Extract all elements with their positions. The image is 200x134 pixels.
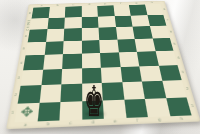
square-b6[interactable] — [46, 29, 65, 42]
square-d7[interactable] — [81, 16, 98, 28]
square-c8[interactable] — [65, 6, 82, 17]
square-c4[interactable] — [62, 54, 81, 69]
square-c6[interactable] — [64, 28, 82, 41]
square-b7[interactable] — [47, 17, 65, 29]
square-d6[interactable] — [81, 28, 99, 41]
square-b4[interactable] — [43, 54, 63, 69]
scene: CHESS abcdefgh abcdefgh 87654321 8765432… — [0, 0, 200, 134]
square-h6[interactable] — [149, 26, 169, 39]
square-f3[interactable] — [120, 66, 142, 82]
square-e6[interactable] — [99, 27, 117, 40]
square-a3[interactable] — [21, 69, 43, 86]
square-c1[interactable] — [59, 101, 81, 121]
square-e7[interactable] — [98, 16, 116, 28]
square-h4[interactable] — [155, 51, 177, 66]
square-c5[interactable] — [63, 40, 82, 54]
square-e8[interactable] — [97, 5, 114, 16]
square-b8[interactable] — [48, 7, 65, 18]
square-f7[interactable] — [114, 15, 132, 27]
square-b5[interactable] — [44, 41, 63, 55]
corner-logo-icon: ✥ — [20, 105, 35, 119]
square-f2[interactable] — [122, 82, 145, 100]
black-king-glyph: ♚ — [84, 81, 105, 123]
square-a6[interactable] — [28, 29, 47, 42]
coord-label: a — [14, 121, 38, 128]
coord-label: f — [126, 117, 149, 124]
square-f4[interactable] — [118, 52, 139, 67]
square-f6[interactable] — [116, 27, 135, 40]
square-f5[interactable] — [117, 39, 137, 53]
square-f8[interactable] — [113, 5, 131, 16]
coord-label: h — [170, 115, 194, 122]
square-a4[interactable] — [23, 55, 44, 70]
square-b3[interactable] — [41, 69, 62, 85]
square-d4[interactable] — [81, 53, 100, 68]
square-b2[interactable] — [39, 84, 61, 102]
square-e5[interactable] — [99, 39, 118, 53]
coord-label: g — [148, 116, 171, 123]
square-a5[interactable] — [26, 41, 46, 55]
square-b1[interactable] — [37, 102, 60, 122]
square-h7[interactable] — [147, 14, 166, 26]
square-a7[interactable] — [30, 18, 49, 30]
square-c7[interactable] — [64, 17, 81, 29]
square-c3[interactable] — [61, 68, 81, 84]
square-d5[interactable] — [81, 40, 100, 54]
square-e4[interactable] — [100, 52, 120, 67]
square-h3[interactable] — [158, 65, 181, 81]
coord-label: c — [59, 120, 82, 127]
coord-label: b — [36, 121, 59, 128]
square-a2[interactable] — [18, 85, 41, 103]
square-c2[interactable] — [60, 84, 81, 102]
square-h8[interactable] — [145, 4, 164, 15]
square-a1[interactable]: ✥ — [15, 102, 40, 122]
square-d8[interactable] — [81, 6, 98, 17]
square-a8[interactable] — [32, 7, 50, 18]
square-e2[interactable] — [102, 82, 124, 100]
coord-label: e — [104, 118, 127, 125]
square-h5[interactable] — [152, 38, 173, 52]
